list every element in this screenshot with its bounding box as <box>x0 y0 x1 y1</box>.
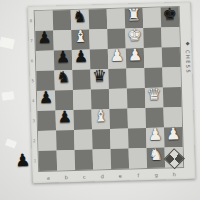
square-g4: ♛ <box>145 88 164 108</box>
black-king-h8: ♚ <box>161 4 180 24</box>
square-e2 <box>110 129 129 149</box>
square-a2 <box>38 131 57 151</box>
square-b6: ♟ <box>54 50 73 70</box>
square-c8: ♞ <box>71 10 90 30</box>
black-pawn-a4: ♟ <box>37 88 56 108</box>
rank-label-6: 6 <box>29 51 36 71</box>
brand-logo-icon: ◆ <box>185 40 191 48</box>
square-g7 <box>143 28 162 48</box>
square-f8: ♜ <box>125 8 144 28</box>
square-b2 <box>56 130 75 150</box>
square-g3 <box>145 108 164 128</box>
square-d3: ♝ <box>91 109 110 129</box>
square-e7 <box>107 29 126 49</box>
square-d6 <box>90 49 109 69</box>
square-f7: ♚ <box>125 28 144 48</box>
black-knight-c8: ♞ <box>71 7 90 27</box>
file-label-a: a <box>39 174 57 182</box>
square-f2 <box>128 128 147 148</box>
square-b8 <box>53 10 72 30</box>
square-b7 <box>53 30 72 50</box>
white-bishop-d3: ♝ <box>91 106 110 126</box>
rank-label-5: 5 <box>29 71 36 91</box>
square-c2 <box>74 130 93 150</box>
square-c3 <box>73 110 92 130</box>
square-f4 <box>127 88 146 108</box>
square-b3: ♟ <box>55 110 74 130</box>
black-pawn-a7: ♟ <box>35 28 54 48</box>
square-c4 <box>73 90 92 110</box>
square-e1 <box>111 149 130 169</box>
file-labels: abcdefgh <box>39 170 183 182</box>
white-knight-g1: ♞ <box>146 145 165 165</box>
black-knight-b5: ♞ <box>54 67 73 87</box>
white-queen-g4: ♛ <box>145 85 164 105</box>
square-d1 <box>93 149 112 169</box>
white-pawn-h2: ♟ <box>164 124 183 144</box>
square-a3 <box>37 111 56 131</box>
square-f1 <box>129 148 148 168</box>
square-d5: ♛ <box>90 69 109 89</box>
square-c6: ♟ <box>72 50 91 70</box>
file-label-g: g <box>147 171 165 179</box>
black-pawn-b6: ♟ <box>54 47 73 67</box>
file-label-d: d <box>93 172 111 180</box>
white-pawn-e6: ♟ <box>108 46 127 66</box>
square-b4 <box>55 90 74 110</box>
black-queen-d5: ♛ <box>90 66 109 86</box>
white-pawn-g2: ♟ <box>146 125 165 145</box>
rank-label-1: 1 <box>32 151 39 171</box>
white-rook-f8: ♜ <box>125 5 144 25</box>
square-g1: ♞ <box>147 148 166 168</box>
square-c1 <box>75 150 94 170</box>
square-d8 <box>89 9 108 29</box>
square-a8 <box>35 11 54 31</box>
square-d2 <box>92 129 111 149</box>
square-e8 <box>107 9 126 29</box>
square-h5 <box>162 67 181 87</box>
square-e5 <box>108 69 127 89</box>
square-g8 <box>143 8 162 28</box>
board-grid: ♞♜♚♟♝♚♟♟♟♟♞♛♟♛♟♝♟♟♞ <box>34 6 184 172</box>
white-bishop-c7: ♝ <box>71 27 90 47</box>
square-g5 <box>144 68 163 88</box>
square-a6 <box>36 51 55 71</box>
square-a1 <box>39 151 58 171</box>
square-g2: ♟ <box>146 128 165 148</box>
table-scrap <box>0 37 15 50</box>
square-h7 <box>161 27 180 47</box>
file-label-f: f <box>129 171 147 179</box>
square-e6: ♟ <box>108 49 127 69</box>
square-f6: ♟ <box>126 48 145 68</box>
square-d4 <box>91 89 110 109</box>
black-pawn-c6: ♟ <box>72 47 91 67</box>
square-c5 <box>72 70 91 90</box>
file-label-c: c <box>75 173 93 181</box>
square-e3 <box>109 109 128 129</box>
table-scrap <box>2 91 15 101</box>
square-h3 <box>163 107 182 127</box>
square-h2: ♟ <box>164 127 183 147</box>
square-d7 <box>89 29 108 49</box>
brand-text: ◆ CHESS <box>185 40 192 74</box>
rank-label-4: 4 <box>30 91 37 111</box>
black-pawn-b3: ♟ <box>55 107 74 127</box>
square-a7: ♟ <box>35 31 54 51</box>
rank-label-2: 2 <box>31 131 38 151</box>
square-g6 <box>144 48 163 68</box>
square-a4: ♟ <box>37 91 56 111</box>
square-e4 <box>109 89 128 109</box>
rank-label-3: 3 <box>30 111 37 131</box>
square-a5 <box>36 71 55 91</box>
rank-label-8: 8 <box>28 11 35 31</box>
file-label-b: b <box>57 173 75 181</box>
square-b5: ♞ <box>54 70 73 90</box>
square-f5 <box>126 68 145 88</box>
file-label-e: e <box>111 172 129 180</box>
chess-board: 87654321 ♞♜♚♟♝♚♟♟♟♟♞♛♟♛♟♝♟♟♞ abcdefgh ◆ … <box>28 2 196 183</box>
square-h4 <box>163 87 182 107</box>
square-f3 <box>127 108 146 128</box>
brand-label: CHESS <box>185 49 192 73</box>
square-c7: ♝ <box>71 30 90 50</box>
rank-label-7: 7 <box>28 31 35 51</box>
file-label-h: h <box>165 170 183 178</box>
table-scrap <box>5 139 17 149</box>
square-b1 <box>57 150 76 170</box>
white-king-f7: ♚ <box>125 25 144 45</box>
captured-black-pawn: ♟ <box>14 149 31 170</box>
square-h6 <box>162 47 181 67</box>
square-h8: ♚ <box>161 7 180 27</box>
white-pawn-f6: ♟ <box>126 45 145 65</box>
photo-scene: 87654321 ♞♜♚♟♝♚♟♟♟♟♞♛♟♛♟♝♟♟♞ abcdefgh ◆ … <box>0 0 200 200</box>
